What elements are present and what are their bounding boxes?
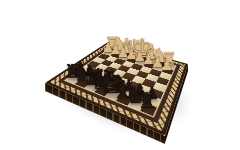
chess-set-product-photo: ♜♞♝♛♚♝♞♜♟♟♟♟♟♟♟♟♟♟♟♟♟♟♟♟♜♞♝♛♚♝♞♜ xyxy=(0,0,240,150)
pieces-layer: ♜♞♝♛♚♝♞♜♟♟♟♟♟♟♟♟♟♟♟♟♟♟♟♟♜♞♝♛♚♝♞♜ xyxy=(0,0,240,150)
piece-black-rook-h8: ♜ xyxy=(138,90,157,111)
piece-white-pawn-h2: ♟ xyxy=(161,58,174,72)
